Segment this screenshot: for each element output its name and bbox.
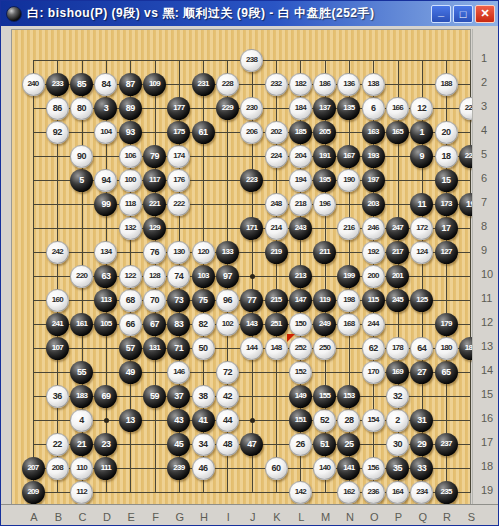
- stone-165: 165: [386, 121, 409, 144]
- stone-138: 138: [362, 73, 385, 96]
- row-label-16: 16: [481, 412, 499, 424]
- stone-172: 172: [410, 217, 433, 240]
- stone-15: 15: [435, 169, 458, 192]
- col-label-L: L: [293, 511, 309, 523]
- stone-52: 52: [313, 409, 336, 432]
- row-label-7: 7: [481, 196, 499, 208]
- row-label-9: 9: [481, 244, 499, 256]
- window-title: 白: bishou(P) (9段) vs 黑: 顺利过关 (9段) - 白 中盘…: [27, 5, 429, 22]
- col-label-Q: Q: [415, 511, 431, 523]
- stone-183: 183: [70, 385, 93, 408]
- stone-87: 87: [119, 73, 142, 96]
- stone-231: 231: [192, 73, 215, 96]
- stone-194: 194: [289, 169, 312, 192]
- stone-155: 155: [313, 385, 336, 408]
- stone-67: 67: [143, 313, 166, 336]
- row-label-10: 10: [481, 268, 499, 280]
- stone-60: 60: [265, 457, 288, 480]
- stone-222: 222: [167, 193, 190, 216]
- stone-31: 31: [410, 409, 433, 432]
- stone-135: 135: [337, 97, 360, 120]
- stone-131: 131: [143, 337, 166, 360]
- stone-202: 202: [265, 121, 288, 144]
- stone-99: 99: [94, 193, 117, 216]
- col-label-K: K: [269, 511, 285, 523]
- stone-237: 237: [435, 433, 458, 456]
- stone-174: 174: [167, 145, 190, 168]
- stone-3: 3: [94, 97, 117, 120]
- stone-34: 34: [192, 433, 215, 456]
- stone-48: 48: [216, 433, 239, 456]
- stone-82: 82: [192, 313, 215, 336]
- stone-64: 64: [410, 337, 433, 360]
- row-label-2: 2: [481, 76, 499, 88]
- stone-154: 154: [362, 409, 385, 432]
- stone-136: 136: [337, 73, 360, 96]
- stone-28: 28: [337, 409, 360, 432]
- stone-200: 200: [362, 265, 385, 288]
- content-area: 1234569111213151718192021222325262728293…: [1, 26, 499, 526]
- stone-102: 102: [216, 313, 239, 336]
- stone-188: 188: [435, 73, 458, 96]
- stone-89: 89: [119, 97, 142, 120]
- stone-129: 129: [143, 217, 166, 240]
- stone-63: 63: [94, 265, 117, 288]
- stone-137: 137: [313, 97, 336, 120]
- stone-20: 20: [435, 121, 458, 144]
- stone-41: 41: [192, 409, 215, 432]
- stone-176: 176: [167, 169, 190, 192]
- stone-224: 224: [265, 145, 288, 168]
- stone-184: 184: [289, 97, 312, 120]
- stone-220: 220: [70, 265, 93, 288]
- col-label-B: B: [50, 511, 66, 523]
- stone-146: 146: [167, 361, 190, 384]
- stone-156: 156: [362, 457, 385, 480]
- stone-217: 217: [386, 241, 409, 264]
- stone-161: 161: [70, 313, 93, 336]
- row-label-14: 14: [481, 364, 499, 376]
- stone-160: 160: [46, 289, 69, 312]
- close-button[interactable]: ✕: [475, 5, 495, 23]
- stone-241: 241: [46, 313, 69, 336]
- stone-69: 69: [94, 385, 117, 408]
- stone-55: 55: [70, 361, 93, 384]
- stone-207: 207: [22, 457, 45, 480]
- stone-125: 125: [410, 289, 433, 312]
- stone-193: 193: [362, 145, 385, 168]
- row-label-15: 15: [481, 388, 499, 400]
- stone-92: 92: [46, 121, 69, 144]
- stone-96: 96: [216, 289, 239, 312]
- stone-84: 84: [94, 73, 117, 96]
- stone-93: 93: [119, 121, 142, 144]
- stone-143: 143: [240, 313, 263, 336]
- stone-201: 201: [386, 265, 409, 288]
- stone-113: 113: [94, 289, 117, 312]
- stone-124: 124: [410, 241, 433, 264]
- game-window: 白: bishou(P) (9段) vs 黑: 顺利过关 (9段) - 白 中盘…: [0, 0, 499, 526]
- stone-29: 29: [410, 433, 433, 456]
- stone-85: 85: [70, 73, 93, 96]
- stone-115: 115: [362, 289, 385, 312]
- stone-208: 208: [46, 457, 69, 480]
- stone-128: 128: [143, 265, 166, 288]
- stone-213: 213: [289, 265, 312, 288]
- stone-17: 17: [435, 217, 458, 240]
- stone-166: 166: [386, 97, 409, 120]
- stone-242: 242: [46, 241, 69, 264]
- stone-247: 247: [386, 217, 409, 240]
- stone-221: 221: [143, 193, 166, 216]
- stone-119: 119: [313, 289, 336, 312]
- stone-206: 206: [240, 121, 263, 144]
- stone-230: 230: [240, 97, 263, 120]
- stone-191: 191: [313, 145, 336, 168]
- stone-245: 245: [386, 289, 409, 312]
- stone-122: 122: [119, 265, 142, 288]
- stone-66: 66: [119, 313, 142, 336]
- stone-94: 94: [94, 169, 117, 192]
- stone-238: 238: [240, 49, 263, 72]
- row-label-12: 12: [481, 316, 499, 328]
- stone-70: 70: [143, 289, 166, 312]
- stone-43: 43: [167, 409, 190, 432]
- stone-205: 205: [313, 121, 336, 144]
- stone-198: 198: [337, 289, 360, 312]
- stone-149: 149: [289, 385, 312, 408]
- stone-186: 186: [313, 73, 336, 96]
- stone-168: 168: [337, 313, 360, 336]
- stone-32: 32: [386, 385, 409, 408]
- stone-23: 23: [94, 433, 117, 456]
- stone-100: 100: [119, 169, 142, 192]
- stone-57: 57: [119, 337, 142, 360]
- stone-232: 232: [265, 73, 288, 96]
- stone-215: 215: [265, 289, 288, 312]
- stone-171: 171: [240, 217, 263, 240]
- stone-35: 35: [386, 457, 409, 480]
- stone-72: 72: [216, 361, 239, 384]
- stone-239: 239: [167, 457, 190, 480]
- stone-68: 68: [119, 289, 142, 312]
- stone-79: 79: [143, 145, 166, 168]
- stone-233: 233: [46, 73, 69, 96]
- row-label-5: 5: [481, 148, 499, 160]
- stone-107: 107: [46, 337, 69, 360]
- stone-104: 104: [94, 121, 117, 144]
- stone-103: 103: [192, 265, 215, 288]
- stone-46: 46: [192, 457, 215, 480]
- stone-196: 196: [313, 193, 336, 216]
- stone-83: 83: [167, 313, 190, 336]
- go-stone-icon: [6, 6, 22, 22]
- col-label-P: P: [391, 511, 407, 523]
- stone-27: 27: [410, 361, 433, 384]
- stone-47: 47: [240, 433, 263, 456]
- col-label-R: R: [439, 511, 455, 523]
- stone-180: 180: [435, 337, 458, 360]
- star-point: [250, 418, 255, 423]
- stone-134: 134: [94, 241, 117, 264]
- stone-61: 61: [192, 121, 215, 144]
- stone-235: 235: [435, 481, 458, 504]
- stone-229: 229: [216, 97, 239, 120]
- col-label-S: S: [463, 511, 479, 523]
- stone-36: 36: [46, 385, 69, 408]
- stone-151: 151: [289, 409, 312, 432]
- stone-140: 140: [313, 457, 336, 480]
- stone-110: 110: [70, 457, 93, 480]
- stone-65: 65: [435, 361, 458, 384]
- stone-250: 250: [313, 337, 336, 360]
- row-label-3: 3: [481, 100, 499, 112]
- col-label-G: G: [172, 511, 188, 523]
- stone-162: 162: [337, 481, 360, 504]
- stone-1: 1: [410, 121, 433, 144]
- stone-175: 175: [167, 121, 190, 144]
- stone-169: 169: [386, 361, 409, 384]
- stone-86: 86: [46, 97, 69, 120]
- stone-148: 148: [265, 337, 288, 360]
- col-label-A: A: [26, 511, 42, 523]
- stone-127: 127: [435, 241, 458, 264]
- stone-236: 236: [362, 481, 385, 504]
- row-label-18: 18: [481, 460, 499, 472]
- stone-105: 105: [94, 313, 117, 336]
- col-label-D: D: [99, 511, 115, 523]
- stone-30: 30: [386, 433, 409, 456]
- stone-4: 4: [70, 409, 93, 432]
- stone-177: 177: [167, 97, 190, 120]
- stone-243: 243: [289, 217, 312, 240]
- row-label-4: 4: [481, 124, 499, 136]
- stone-219: 219: [265, 241, 288, 264]
- stone-62: 62: [362, 337, 385, 360]
- stone-51: 51: [313, 433, 336, 456]
- stone-9: 9: [410, 145, 433, 168]
- stone-77: 77: [240, 289, 263, 312]
- stone-26: 26: [289, 433, 312, 456]
- stone-44: 44: [216, 409, 239, 432]
- stone-12: 12: [410, 97, 433, 120]
- stone-90: 90: [70, 145, 93, 168]
- stone-141: 141: [337, 457, 360, 480]
- stone-204: 204: [289, 145, 312, 168]
- col-label-F: F: [148, 511, 164, 523]
- stone-142: 142: [289, 481, 312, 504]
- row-label-17: 17: [481, 436, 499, 448]
- stone-109: 109: [143, 73, 166, 96]
- stone-182: 182: [289, 73, 312, 96]
- stone-118: 118: [119, 193, 142, 216]
- stone-120: 120: [192, 241, 215, 264]
- col-label-C: C: [75, 511, 91, 523]
- stone-22: 22: [46, 433, 69, 456]
- stone-170: 170: [362, 361, 385, 384]
- stone-11: 11: [410, 193, 433, 216]
- last-move-marker: [287, 334, 295, 342]
- stone-153: 153: [337, 385, 360, 408]
- stone-197: 197: [362, 169, 385, 192]
- stone-59: 59: [143, 385, 166, 408]
- stone-246: 246: [362, 217, 385, 240]
- stone-21: 21: [70, 433, 93, 456]
- row-label-19: 19: [481, 484, 499, 496]
- row-label-6: 6: [481, 172, 499, 184]
- stone-37: 37: [167, 385, 190, 408]
- stone-132: 132: [119, 217, 142, 240]
- col-label-J: J: [245, 511, 261, 523]
- col-label-M: M: [318, 511, 334, 523]
- stone-216: 216: [337, 217, 360, 240]
- stone-133: 133: [216, 241, 239, 264]
- row-label-11: 11: [481, 292, 499, 304]
- stone-223: 223: [240, 169, 263, 192]
- stone-2: 2: [386, 409, 409, 432]
- stone-249: 249: [313, 313, 336, 336]
- minimize-button[interactable]: _: [431, 5, 451, 23]
- stone-45: 45: [167, 433, 190, 456]
- row-label-1: 1: [481, 52, 499, 64]
- stone-33: 33: [410, 457, 433, 480]
- stone-152: 152: [289, 361, 312, 384]
- stone-130: 130: [167, 241, 190, 264]
- stone-150: 150: [289, 313, 312, 336]
- stone-106: 106: [119, 145, 142, 168]
- stone-71: 71: [167, 337, 190, 360]
- stone-240: 240: [22, 73, 45, 96]
- stone-179: 179: [435, 313, 458, 336]
- stone-13: 13: [119, 409, 142, 432]
- stone-74: 74: [167, 265, 190, 288]
- col-label-I: I: [220, 511, 236, 523]
- row-labels: 12345678910111213141516171819: [472, 29, 499, 506]
- stone-75: 75: [192, 289, 215, 312]
- col-label-N: N: [342, 511, 358, 523]
- stone-50: 50: [192, 337, 215, 360]
- stone-144: 144: [240, 337, 263, 360]
- stone-112: 112: [70, 481, 93, 504]
- stone-211: 211: [313, 241, 336, 264]
- stone-248: 248: [265, 193, 288, 216]
- stone-195: 195: [313, 169, 336, 192]
- stone-42: 42: [216, 385, 239, 408]
- row-label-13: 13: [481, 340, 499, 352]
- stone-190: 190: [337, 169, 360, 192]
- stone-5: 5: [70, 169, 93, 192]
- stone-163: 163: [362, 121, 385, 144]
- stone-234: 234: [410, 481, 433, 504]
- stone-25: 25: [337, 433, 360, 456]
- stone-173: 173: [435, 193, 458, 216]
- stone-76: 76: [143, 241, 166, 264]
- stone-164: 164: [386, 481, 409, 504]
- stone-218: 218: [289, 193, 312, 216]
- star-point: [104, 418, 109, 423]
- stone-80: 80: [70, 97, 93, 120]
- stone-97: 97: [216, 265, 239, 288]
- col-label-O: O: [366, 511, 382, 523]
- column-labels: ABCDEFGHIJKLMNOPQRS: [1, 504, 499, 526]
- stone-49: 49: [119, 361, 142, 384]
- stone-117: 117: [143, 169, 166, 192]
- col-label-H: H: [196, 511, 212, 523]
- stone-147: 147: [289, 289, 312, 312]
- stone-38: 38: [192, 385, 215, 408]
- stone-18: 18: [435, 145, 458, 168]
- stone-73: 73: [167, 289, 190, 312]
- stone-178: 178: [386, 337, 409, 360]
- stone-228: 228: [216, 73, 239, 96]
- col-label-E: E: [123, 511, 139, 523]
- stone-6: 6: [362, 97, 385, 120]
- stone-167: 167: [337, 145, 360, 168]
- go-board[interactable]: 1234569111213151718192021222325262728293…: [11, 29, 471, 506]
- stone-214: 214: [265, 217, 288, 240]
- stone-199: 199: [337, 265, 360, 288]
- stone-111: 111: [94, 457, 117, 480]
- stone-209: 209: [22, 481, 45, 504]
- stone-244: 244: [362, 313, 385, 336]
- maximize-button[interactable]: □: [453, 5, 473, 23]
- row-label-8: 8: [481, 220, 499, 232]
- stone-251: 251: [265, 313, 288, 336]
- stone-192: 192: [362, 241, 385, 264]
- star-point: [250, 274, 255, 279]
- title-bar[interactable]: 白: bishou(P) (9段) vs 黑: 顺利过关 (9段) - 白 中盘…: [1, 1, 498, 26]
- stone-185: 185: [289, 121, 312, 144]
- stone-203: 203: [362, 193, 385, 216]
